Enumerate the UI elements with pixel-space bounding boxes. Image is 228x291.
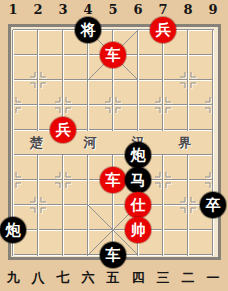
- top-file-label-6: 6: [126, 2, 150, 18]
- top-file-label-1: 1: [1, 2, 25, 18]
- top-file-label-4: 4: [76, 2, 100, 18]
- piece-red-advisor[interactable]: 仕: [125, 192, 151, 218]
- top-file-label-5: 5: [101, 2, 125, 18]
- top-file-label-3: 3: [51, 2, 75, 18]
- piece-black-cannon[interactable]: 炮: [0, 217, 26, 243]
- bottom-file-label-7: 三: [151, 270, 175, 286]
- river-label-1: 楚: [26, 134, 46, 152]
- piece-red-chariot[interactable]: 车: [100, 42, 126, 68]
- piece-black-horse[interactable]: 马: [125, 167, 151, 193]
- piece-black-cannon[interactable]: 炮: [125, 142, 151, 168]
- bottom-file-label-4: 六: [76, 270, 100, 286]
- top-file-label-2: 2: [26, 2, 50, 18]
- top-file-label-8: 8: [176, 2, 200, 18]
- top-file-label-7: 7: [151, 2, 175, 18]
- bottom-file-label-3: 七: [51, 270, 75, 286]
- bottom-file-label-6: 四: [126, 270, 150, 286]
- bottom-file-label-2: 八: [26, 270, 50, 286]
- piece-red-pawn[interactable]: 兵: [50, 117, 76, 143]
- river-label-4: 界: [175, 134, 195, 152]
- piece-red-chariot[interactable]: 车: [100, 167, 126, 193]
- bottom-file-label-1: 九: [1, 270, 25, 286]
- top-file-label-9: 9: [201, 2, 225, 18]
- bottom-file-label-8: 二: [176, 270, 200, 286]
- bottom-file-label-5: 五: [101, 270, 125, 286]
- piece-red-pawn[interactable]: 兵: [150, 17, 176, 43]
- bottom-file-label-9: 一: [201, 270, 225, 286]
- piece-red-general[interactable]: 帅: [125, 217, 151, 243]
- piece-black-chariot[interactable]: 车: [100, 242, 126, 268]
- piece-black-general[interactable]: 将: [75, 17, 101, 43]
- xiangqi-board: 123456789 九八七六五四三二一 楚河汉界 将兵车兵炮车马仕卒炮帅车: [0, 0, 228, 291]
- river-label-2: 河: [80, 134, 100, 152]
- piece-black-pawn[interactable]: 卒: [200, 192, 226, 218]
